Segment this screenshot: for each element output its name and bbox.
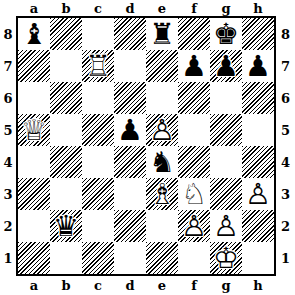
square-d5[interactable]: ♟♟ <box>114 114 146 146</box>
file-label-c: c <box>82 276 114 295</box>
square-a1[interactable] <box>18 242 50 274</box>
black-king: ♚ <box>210 18 242 50</box>
white-pawn: ♙ <box>146 114 178 146</box>
rank-label-7: 7 <box>276 50 295 82</box>
file-label-f: f <box>178 0 210 16</box>
square-g7[interactable]: ♟♟ <box>210 50 242 82</box>
square-d2[interactable] <box>114 210 146 242</box>
rank-labels-right: 87654321 <box>276 18 295 274</box>
square-c4[interactable] <box>82 146 114 178</box>
rank-labels-left: 87654321 <box>0 18 16 274</box>
black-knight-silhouette: ♞ <box>146 146 178 178</box>
file-label-a: a <box>18 0 50 16</box>
white-queen: ♕ <box>18 114 50 146</box>
square-b7[interactable] <box>50 50 82 82</box>
file-label-d: d <box>114 0 146 16</box>
file-label-g: g <box>210 276 242 295</box>
file-label-d: d <box>114 276 146 295</box>
square-f2[interactable]: ♟♙ <box>178 210 210 242</box>
square-c5[interactable] <box>82 114 114 146</box>
rank-label-8: 8 <box>276 18 295 50</box>
rank-label-7: 7 <box>0 50 16 82</box>
square-e5[interactable]: ♟♙ <box>146 114 178 146</box>
black-queen: ♛ <box>50 210 82 242</box>
black-knight: ♞ <box>146 146 178 178</box>
square-b6[interactable] <box>50 82 82 114</box>
square-b4[interactable] <box>50 146 82 178</box>
square-a4[interactable] <box>18 146 50 178</box>
file-labels-top: abcdefgh <box>18 0 274 16</box>
chess-board: ♝♝♜♜♚♚♜♖♟♟♟♟♟♟♛♕♟♟♟♙♞♞♝♗♞♘♟♙♛♛♟♙♟♙♚♔ <box>16 16 276 276</box>
file-label-g: g <box>210 0 242 16</box>
square-e3[interactable]: ♝♗ <box>146 178 178 210</box>
file-label-b: b <box>50 0 82 16</box>
file-label-h: h <box>242 276 274 295</box>
white-knight: ♘ <box>178 178 210 210</box>
file-label-a: a <box>18 276 50 295</box>
square-d8[interactable] <box>114 18 146 50</box>
square-d6[interactable] <box>114 82 146 114</box>
square-a3[interactable] <box>18 178 50 210</box>
rank-label-5: 5 <box>0 114 16 146</box>
file-label-e: e <box>146 276 178 295</box>
square-f5[interactable] <box>178 114 210 146</box>
rank-label-6: 6 <box>0 82 16 114</box>
square-d1[interactable] <box>114 242 146 274</box>
white-bishop: ♗ <box>146 178 178 210</box>
white-rook-silhouette: ♜ <box>82 50 114 82</box>
white-knight-silhouette: ♞ <box>178 178 210 210</box>
white-queen-silhouette: ♛ <box>18 114 50 146</box>
square-h4[interactable] <box>242 146 274 178</box>
square-h8[interactable] <box>242 18 274 50</box>
square-e1[interactable] <box>146 242 178 274</box>
square-c8[interactable] <box>82 18 114 50</box>
square-a6[interactable] <box>18 82 50 114</box>
square-h1[interactable] <box>242 242 274 274</box>
square-c7[interactable]: ♜♖ <box>82 50 114 82</box>
white-pawn-silhouette: ♟ <box>242 178 274 210</box>
square-h6[interactable] <box>242 82 274 114</box>
square-a8[interactable]: ♝♝ <box>18 18 50 50</box>
square-d4[interactable] <box>114 146 146 178</box>
square-e7[interactable] <box>146 50 178 82</box>
file-label-f: f <box>178 276 210 295</box>
black-bishop: ♝ <box>18 18 50 50</box>
square-f8[interactable] <box>178 18 210 50</box>
square-d3[interactable] <box>114 178 146 210</box>
square-b8[interactable] <box>50 18 82 50</box>
white-bishop-silhouette: ♝ <box>146 178 178 210</box>
rank-label-8: 8 <box>0 18 16 50</box>
rank-label-6: 6 <box>276 82 295 114</box>
rank-label-3: 3 <box>276 178 295 210</box>
square-b3[interactable] <box>50 178 82 210</box>
black-rook: ♜ <box>146 18 178 50</box>
square-c2[interactable] <box>82 210 114 242</box>
rank-label-3: 3 <box>0 178 16 210</box>
square-g4[interactable] <box>210 146 242 178</box>
black-pawn-silhouette: ♟ <box>114 114 146 146</box>
file-label-b: b <box>50 276 82 295</box>
white-pawn: ♙ <box>178 210 210 242</box>
black-queen-silhouette: ♛ <box>50 210 82 242</box>
square-h7[interactable]: ♟♟ <box>242 50 274 82</box>
white-pawn-silhouette: ♟ <box>210 210 242 242</box>
square-e6[interactable] <box>146 82 178 114</box>
square-f6[interactable] <box>178 82 210 114</box>
black-pawn: ♟ <box>242 50 274 82</box>
rank-label-2: 2 <box>0 210 16 242</box>
square-b1[interactable] <box>50 242 82 274</box>
square-d7[interactable] <box>114 50 146 82</box>
square-h5[interactable] <box>242 114 274 146</box>
square-e2[interactable] <box>146 210 178 242</box>
black-bishop-silhouette: ♝ <box>18 18 50 50</box>
file-labels-bottom: abcdefgh <box>18 276 274 295</box>
rank-label-1: 1 <box>276 242 295 274</box>
file-label-e: e <box>146 0 178 16</box>
square-g6[interactable] <box>210 82 242 114</box>
file-label-h: h <box>242 0 274 16</box>
rank-label-2: 2 <box>276 210 295 242</box>
square-c1[interactable] <box>82 242 114 274</box>
black-pawn-silhouette: ♟ <box>210 50 242 82</box>
square-g5[interactable] <box>210 114 242 146</box>
white-rook: ♖ <box>82 50 114 82</box>
rank-label-1: 1 <box>0 242 16 274</box>
black-pawn: ♟ <box>210 50 242 82</box>
black-pawn: ♟ <box>178 50 210 82</box>
white-king-silhouette: ♚ <box>210 242 242 274</box>
black-pawn-silhouette: ♟ <box>242 50 274 82</box>
square-g8[interactable]: ♚♚ <box>210 18 242 50</box>
square-c6[interactable] <box>82 82 114 114</box>
square-e8[interactable]: ♜♜ <box>146 18 178 50</box>
square-f1[interactable] <box>178 242 210 274</box>
chess-diagram: abcdefgh abcdefgh 87654321 87654321 ♝♝♜♜… <box>0 0 295 295</box>
square-h2[interactable] <box>242 210 274 242</box>
square-e4[interactable]: ♞♞ <box>146 146 178 178</box>
square-a7[interactable] <box>18 50 50 82</box>
white-pawn: ♙ <box>242 178 274 210</box>
white-pawn-silhouette: ♟ <box>178 210 210 242</box>
square-f4[interactable] <box>178 146 210 178</box>
rank-label-4: 4 <box>0 146 16 178</box>
square-g2[interactable]: ♟♙ <box>210 210 242 242</box>
black-pawn: ♟ <box>114 114 146 146</box>
rank-label-4: 4 <box>276 146 295 178</box>
white-pawn-silhouette: ♟ <box>146 114 178 146</box>
square-b2[interactable]: ♛♛ <box>50 210 82 242</box>
square-c3[interactable] <box>82 178 114 210</box>
rank-label-5: 5 <box>276 114 295 146</box>
square-a5[interactable]: ♛♕ <box>18 114 50 146</box>
black-rook-silhouette: ♜ <box>146 18 178 50</box>
square-a2[interactable] <box>18 210 50 242</box>
white-pawn: ♙ <box>210 210 242 242</box>
square-f7[interactable]: ♟♟ <box>178 50 210 82</box>
file-label-c: c <box>82 0 114 16</box>
square-f3[interactable]: ♞♘ <box>178 178 210 210</box>
square-b5[interactable] <box>50 114 82 146</box>
square-h3[interactable]: ♟♙ <box>242 178 274 210</box>
square-g3[interactable] <box>210 178 242 210</box>
black-king-silhouette: ♚ <box>210 18 242 50</box>
white-king: ♔ <box>210 242 242 274</box>
black-pawn-silhouette: ♟ <box>178 50 210 82</box>
square-g1[interactable]: ♚♔ <box>210 242 242 274</box>
